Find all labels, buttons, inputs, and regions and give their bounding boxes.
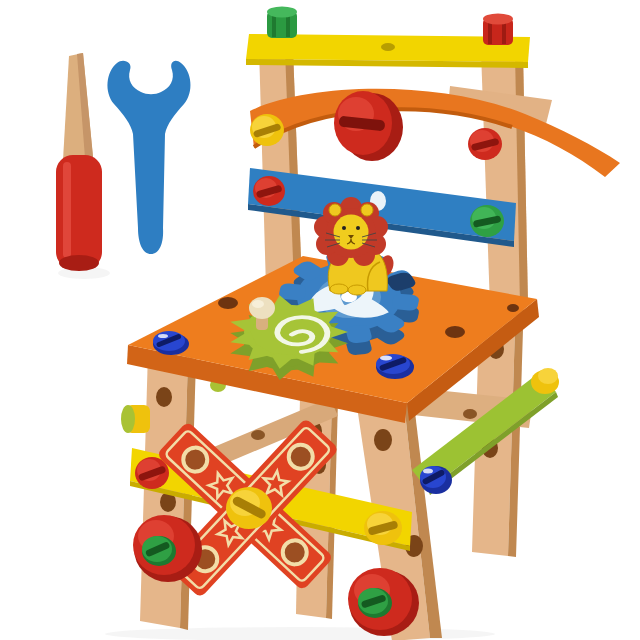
yellow-screw-upper-left: [250, 114, 284, 146]
red-bolt-top-right: [483, 14, 513, 46]
toy-illustration: [0, 0, 640, 640]
red-screw-upper-right: [468, 128, 502, 160]
lion-eye: [356, 226, 360, 230]
screwdriver-handle-highlight: [63, 162, 71, 258]
wrench: [108, 61, 191, 254]
green-screw-blue-bar-right: [470, 205, 504, 237]
wheel-right-hub-bolt: [358, 588, 392, 618]
green-bolt-top-left: [267, 7, 297, 39]
wheel-left-hub-bolt: [142, 536, 176, 566]
lion-ear: [329, 204, 341, 216]
rail-hole: [251, 430, 265, 440]
lion-face: [334, 215, 369, 250]
blue-screw-diagonal-bottom: [420, 466, 452, 494]
lion-ear: [361, 204, 373, 216]
x-brace-center-bolt: [226, 487, 272, 529]
screwdriver: [56, 53, 102, 271]
seat-hole: [507, 304, 519, 312]
product-photo: [0, 0, 640, 640]
lion-paw: [348, 285, 366, 295]
yellow-bolt-diagonal-top: [531, 368, 559, 394]
lion-eye: [342, 226, 346, 230]
red-screw-blue-bar-left: [253, 176, 285, 206]
leg-hole: [374, 429, 392, 451]
wrench-body: [108, 61, 191, 254]
screwdriver-handle: [56, 155, 102, 269]
curved-crossbar: [250, 89, 620, 177]
top-rail-hole: [381, 43, 395, 51]
seat-hole: [218, 297, 238, 309]
seat-hole: [445, 326, 465, 338]
rail-hole: [463, 409, 477, 419]
lion-paw: [330, 284, 348, 294]
yellow-screw-stretcher-right: [364, 511, 402, 545]
lime-side-peg: [121, 405, 150, 433]
screwdriver-handle-bottom: [59, 255, 99, 271]
leg-hole: [156, 387, 172, 407]
